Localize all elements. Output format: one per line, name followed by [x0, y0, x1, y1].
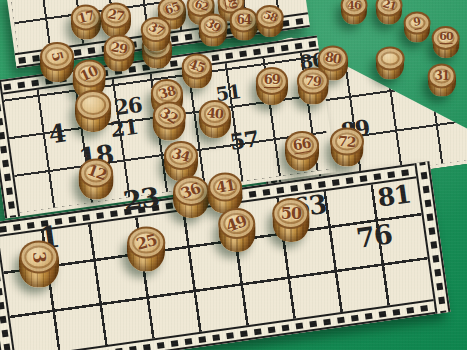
keg-top-face: 34	[164, 141, 198, 170]
keg-number: 80	[324, 51, 342, 67]
keg-top-face: 5	[40, 42, 74, 71]
keg-top-face: 9	[404, 11, 431, 34]
keg-21[interactable]: 21	[376, 0, 402, 25]
keg-46[interactable]: 46	[341, 0, 367, 25]
keg-top-face: 69	[256, 67, 288, 95]
keg-number: 9	[413, 16, 422, 30]
keg-number: 5	[49, 50, 65, 62]
keg-17[interactable]: 17	[71, 5, 101, 40]
keg-top-face: 45	[182, 54, 212, 80]
keg-top-face: 36	[173, 176, 209, 206]
keg-top-face: 37	[141, 17, 171, 42]
keg-top-face	[376, 47, 405, 71]
keg-top-face: 60	[432, 26, 460, 50]
keg-number: 34	[171, 146, 192, 164]
keg-number: 17	[76, 9, 95, 26]
keg-top-face: 32	[153, 102, 186, 130]
keg-number: 37	[147, 21, 165, 38]
keg-50[interactable]: 50	[272, 198, 309, 242]
keg-40[interactable]: 40	[199, 100, 231, 138]
keg-number: 62	[193, 0, 209, 12]
keg-top-face: 41	[208, 172, 243, 201]
keg-number: 45	[187, 58, 207, 76]
keg-number-hidden-2[interactable]	[376, 47, 404, 80]
keg-top-face: 79	[297, 68, 328, 95]
kegs-layer: 1727656289529353739645810453832408069796…	[0, 0, 467, 350]
keg-number-hidden-1[interactable]	[75, 90, 111, 132]
keg-number: 79	[304, 74, 321, 88]
keg-number: 64	[236, 14, 251, 26]
keg-top-face	[75, 90, 111, 120]
keg-12[interactable]: 12	[79, 158, 114, 199]
keg-3[interactable]: 3	[19, 240, 59, 287]
keg-top-face: 31	[427, 64, 456, 88]
keg-64[interactable]: 64	[230, 8, 258, 41]
keg-number: 36	[180, 181, 203, 202]
keg-5[interactable]: 5	[40, 42, 74, 82]
keg-37[interactable]: 37	[141, 17, 170, 51]
keg-number: 38	[158, 84, 177, 101]
keg-top-face: 3	[20, 240, 59, 273]
keg-number: 65	[163, 1, 181, 17]
keg-top-face: 29	[103, 34, 134, 61]
keg-number: 60	[439, 31, 452, 44]
keg-top-face: 40	[199, 100, 231, 128]
keg-top-face: 25	[127, 226, 164, 258]
keg-top-face: 10	[73, 60, 106, 88]
lotto-table: Russian lotto (bingo) cards with wooden …	[0, 0, 467, 350]
keg-36[interactable]: 36	[173, 176, 209, 218]
keg-number: 50	[281, 206, 301, 222]
keg-60[interactable]: 60	[432, 26, 459, 58]
keg-top-face: 12	[79, 158, 114, 187]
keg-32[interactable]: 32	[153, 102, 186, 141]
keg-number: 12	[85, 163, 108, 184]
keg-top-face: 50	[273, 198, 310, 229]
keg-45[interactable]: 45	[182, 54, 212, 89]
keg-number: 27	[107, 7, 125, 23]
keg-number: 3	[30, 251, 48, 263]
keg-34[interactable]: 34	[164, 141, 198, 181]
keg-9[interactable]: 9	[404, 11, 430, 42]
keg-66[interactable]: 66	[285, 131, 319, 171]
keg-49[interactable]: 49	[218, 208, 255, 252]
keg-79[interactable]: 79	[297, 68, 328, 105]
keg-69[interactable]: 69	[256, 67, 288, 105]
keg-top-face: 17	[71, 5, 101, 31]
keg-top-face: 72	[330, 128, 363, 156]
keg-top-face: 27	[101, 2, 131, 28]
keg-25[interactable]: 25	[127, 226, 165, 271]
keg-number: 29	[110, 40, 128, 56]
keg-number: 58	[262, 9, 278, 24]
keg-top-face: 39	[199, 14, 228, 38]
keg-29[interactable]: 29	[104, 34, 135, 71]
keg-39[interactable]: 39	[199, 14, 227, 47]
keg-number: 31	[434, 70, 449, 82]
keg-number: 41	[214, 178, 235, 196]
keg-number: 39	[204, 17, 223, 35]
keg-number: 10	[78, 64, 100, 84]
keg-top-face: 64	[229, 8, 258, 32]
keg-31[interactable]: 31	[428, 64, 456, 97]
keg-number: 72	[338, 134, 357, 149]
keg-27[interactable]: 27	[101, 2, 131, 37]
keg-top-face: 49	[218, 208, 255, 239]
keg-top-face: 66	[285, 131, 319, 160]
keg-number: 69	[264, 73, 280, 88]
keg-number: 21	[381, 0, 397, 12]
keg-top-face: 58	[256, 5, 284, 29]
keg-number: 66	[292, 136, 312, 155]
keg-72[interactable]: 72	[330, 128, 363, 167]
keg-number: 40	[206, 107, 223, 121]
keg-58[interactable]: 58	[256, 5, 283, 37]
keg-number: 46	[347, 0, 360, 11]
keg-number: 49	[225, 213, 250, 235]
keg-number: 32	[158, 105, 180, 126]
keg-number: 25	[134, 232, 158, 253]
